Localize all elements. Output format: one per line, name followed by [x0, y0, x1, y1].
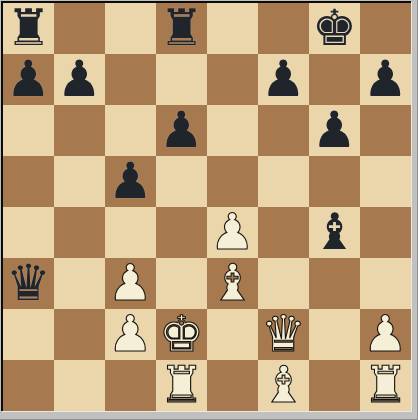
square-c7[interactable] [105, 54, 156, 105]
square-f5[interactable] [258, 156, 309, 207]
piece-white-pawn[interactable]: ♟ [108, 309, 153, 359]
square-h7[interactable]: ♟ [360, 54, 411, 105]
square-b6[interactable] [54, 105, 105, 156]
piece-white-rook[interactable]: ♜ [159, 360, 204, 410]
square-e2[interactable] [207, 309, 258, 360]
square-g6[interactable]: ♟ [309, 105, 360, 156]
square-f2[interactable]: ♛ [258, 309, 309, 360]
square-a3[interactable]: ♛ [3, 258, 54, 309]
square-b8[interactable] [54, 3, 105, 54]
square-h5[interactable] [360, 156, 411, 207]
square-g7[interactable] [309, 54, 360, 105]
square-a6[interactable] [3, 105, 54, 156]
piece-black-pawn[interactable]: ♟ [108, 156, 153, 206]
piece-black-pawn[interactable]: ♟ [159, 105, 204, 155]
square-a1[interactable] [3, 360, 54, 411]
piece-white-bishop[interactable]: ♝ [261, 360, 306, 410]
square-d7[interactable] [156, 54, 207, 105]
square-b7[interactable]: ♟ [54, 54, 105, 105]
square-d3[interactable] [156, 258, 207, 309]
piece-black-pawn[interactable]: ♟ [363, 54, 408, 104]
square-c1[interactable] [105, 360, 156, 411]
piece-white-queen[interactable]: ♛ [261, 309, 306, 359]
square-c2[interactable]: ♟ [105, 309, 156, 360]
chess-app-window: ♜♜♚♟♟♟♟♟♟♟♟♝♛♟♝♟♚♛♟♜♝♜ [0, 0, 418, 420]
square-b4[interactable] [54, 207, 105, 258]
square-f1[interactable]: ♝ [258, 360, 309, 411]
square-f7[interactable]: ♟ [258, 54, 309, 105]
square-c6[interactable] [105, 105, 156, 156]
square-e4[interactable]: ♟ [207, 207, 258, 258]
piece-black-pawn[interactable]: ♟ [312, 105, 357, 155]
square-c5[interactable]: ♟ [105, 156, 156, 207]
square-h8[interactable] [360, 3, 411, 54]
square-f8[interactable] [258, 3, 309, 54]
piece-black-bishop[interactable]: ♝ [312, 207, 357, 257]
square-b1[interactable] [54, 360, 105, 411]
piece-black-pawn[interactable]: ♟ [6, 54, 51, 104]
square-h3[interactable] [360, 258, 411, 309]
square-h6[interactable] [360, 105, 411, 156]
piece-white-pawn[interactable]: ♟ [108, 258, 153, 308]
square-g3[interactable] [309, 258, 360, 309]
square-e6[interactable] [207, 105, 258, 156]
square-b3[interactable] [54, 258, 105, 309]
piece-white-rook[interactable]: ♜ [363, 360, 408, 410]
square-f3[interactable] [258, 258, 309, 309]
piece-black-king[interactable]: ♚ [312, 3, 357, 53]
piece-black-queen[interactable]: ♛ [6, 258, 51, 308]
square-d5[interactable] [156, 156, 207, 207]
piece-white-pawn[interactable]: ♟ [210, 207, 255, 257]
square-e3[interactable]: ♝ [207, 258, 258, 309]
square-h1[interactable]: ♜ [360, 360, 411, 411]
square-d2[interactable]: ♚ [156, 309, 207, 360]
square-a7[interactable]: ♟ [3, 54, 54, 105]
square-c4[interactable] [105, 207, 156, 258]
square-e8[interactable] [207, 3, 258, 54]
square-g1[interactable] [309, 360, 360, 411]
square-a2[interactable] [3, 309, 54, 360]
piece-white-pawn[interactable]: ♟ [363, 309, 408, 359]
square-g5[interactable] [309, 156, 360, 207]
square-d8[interactable]: ♜ [156, 3, 207, 54]
square-d6[interactable]: ♟ [156, 105, 207, 156]
square-e5[interactable] [207, 156, 258, 207]
square-f6[interactable] [258, 105, 309, 156]
square-g8[interactable]: ♚ [309, 3, 360, 54]
square-c8[interactable] [105, 3, 156, 54]
square-e1[interactable] [207, 360, 258, 411]
piece-black-rook[interactable]: ♜ [6, 3, 51, 53]
square-a4[interactable] [3, 207, 54, 258]
square-a5[interactable] [3, 156, 54, 207]
square-d1[interactable]: ♜ [156, 360, 207, 411]
square-b5[interactable] [54, 156, 105, 207]
square-f4[interactable] [258, 207, 309, 258]
piece-black-pawn[interactable]: ♟ [261, 54, 306, 104]
square-c3[interactable]: ♟ [105, 258, 156, 309]
chess-board: ♜♜♚♟♟♟♟♟♟♟♟♝♛♟♝♟♚♛♟♜♝♜ [1, 1, 411, 411]
square-h4[interactable] [360, 207, 411, 258]
piece-black-rook[interactable]: ♜ [159, 3, 204, 53]
square-d4[interactable] [156, 207, 207, 258]
square-h2[interactable]: ♟ [360, 309, 411, 360]
square-e7[interactable] [207, 54, 258, 105]
square-a8[interactable]: ♜ [3, 3, 54, 54]
square-b2[interactable] [54, 309, 105, 360]
square-g2[interactable] [309, 309, 360, 360]
square-g4[interactable]: ♝ [309, 207, 360, 258]
piece-white-king[interactable]: ♚ [159, 309, 204, 359]
piece-white-bishop[interactable]: ♝ [210, 258, 255, 308]
piece-black-pawn[interactable]: ♟ [57, 54, 102, 104]
